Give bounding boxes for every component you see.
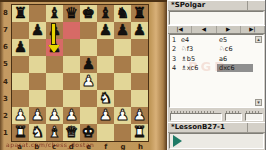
square-h7[interactable]: ♟ bbox=[131, 22, 148, 39]
square-d5[interactable] bbox=[63, 56, 80, 73]
lesson-title: *LessonB27-1 bbox=[168, 123, 247, 132]
black-pawn-g7[interactable]: ♟ bbox=[116, 23, 129, 38]
square-a2[interactable]: ♟ bbox=[12, 107, 29, 124]
square-a5[interactable] bbox=[12, 56, 29, 73]
rank-label-5: 5 bbox=[0, 56, 11, 73]
square-f5[interactable] bbox=[97, 56, 114, 73]
square-c4[interactable] bbox=[46, 73, 63, 90]
last-move-button[interactable]: ▶| bbox=[241, 26, 265, 33]
square-g6[interactable] bbox=[114, 39, 131, 56]
white-pawn-d2[interactable]: ♟ bbox=[65, 108, 78, 123]
square-f1[interactable] bbox=[97, 124, 114, 141]
move-navigation-bar: |◀◀▶▶| bbox=[168, 25, 265, 34]
square-f3[interactable]: ♞ bbox=[97, 90, 114, 107]
move-number: 3 bbox=[170, 55, 179, 63]
square-f7[interactable]: ♟ bbox=[97, 22, 114, 39]
white-king-e1[interactable]: ♚ bbox=[82, 125, 95, 140]
square-b2[interactable]: ♟ bbox=[29, 107, 46, 124]
status-field-2[interactable] bbox=[225, 113, 243, 121]
prev-move-button[interactable]: ◀ bbox=[192, 26, 216, 33]
square-h4[interactable] bbox=[131, 73, 148, 90]
square-h1[interactable]: ♜ bbox=[131, 124, 148, 141]
square-g7[interactable]: ♟ bbox=[114, 22, 131, 39]
movelist-grip-icon[interactable]: ▾ bbox=[255, 99, 262, 106]
rank-label-3: 3 bbox=[0, 90, 11, 107]
square-e4[interactable]: ♟ bbox=[80, 73, 97, 90]
play-button[interactable] bbox=[173, 135, 182, 147]
black-pawn-e5[interactable]: ♟ bbox=[82, 57, 95, 72]
watermark-logo: PGD bbox=[188, 59, 228, 74]
move-list[interactable]: PGD ▴ ▾ 1e4e52♘f3♘c63♗b5a64♗xc6dxc6 bbox=[169, 34, 264, 108]
chess-board[interactable]: ♜♝♛♚♝♞♜♟♟♟♟♟♟♟♟♟♞♟♟♟♟♟♟♟♜♞♝♛♚♜ bbox=[11, 4, 149, 142]
white-move-2[interactable]: ♘f3 bbox=[179, 45, 217, 53]
square-g4[interactable] bbox=[114, 73, 131, 90]
square-c6[interactable]: ♟ bbox=[46, 39, 63, 56]
square-b8[interactable] bbox=[29, 5, 46, 22]
chess-training-app: 87654321 ♜♝♛♚♝♞♜♟♟♟♟♟♟♟♟♟♞♟♟♟♟♟♟♟♜♞♝♛♚♜ … bbox=[0, 0, 266, 150]
white-pawn-c2[interactable]: ♟ bbox=[48, 108, 61, 123]
square-d4[interactable] bbox=[63, 73, 80, 90]
square-g8[interactable]: ♞ bbox=[114, 5, 131, 22]
white-pawn-f2[interactable]: ♟ bbox=[99, 108, 112, 123]
square-d8[interactable]: ♛ bbox=[63, 5, 80, 22]
white-queen-d1[interactable]: ♛ bbox=[65, 125, 78, 140]
status-field-3[interactable] bbox=[245, 113, 263, 121]
annotation-textbox[interactable] bbox=[169, 11, 264, 25]
black-pawn-f7[interactable]: ♟ bbox=[99, 23, 112, 38]
white-move-1[interactable]: e4 bbox=[179, 36, 217, 44]
white-pawn-e4[interactable]: ♟ bbox=[82, 74, 95, 89]
move-number: 1 bbox=[170, 36, 179, 44]
square-b6[interactable] bbox=[29, 39, 46, 56]
square-f2[interactable]: ♟ bbox=[97, 107, 114, 124]
lesson-bar-divider bbox=[247, 123, 265, 132]
file-label-f: f bbox=[97, 141, 114, 150]
game-title-bar: *SPolgar bbox=[168, 0, 265, 11]
square-a3[interactable] bbox=[12, 90, 29, 107]
square-a7[interactable] bbox=[12, 22, 29, 39]
square-d3[interactable] bbox=[63, 90, 80, 107]
square-b5[interactable] bbox=[29, 56, 46, 73]
white-rook-a1[interactable]: ♜ bbox=[14, 125, 27, 140]
white-pawn-h2[interactable]: ♟ bbox=[133, 108, 146, 123]
square-h8[interactable]: ♜ bbox=[131, 5, 148, 22]
rank-label-6: 6 bbox=[0, 39, 11, 56]
black-pawn-h7[interactable]: ♟ bbox=[133, 23, 146, 38]
next-move-button[interactable]: ▶ bbox=[217, 26, 241, 33]
white-rook-h1[interactable]: ♜ bbox=[133, 125, 146, 140]
game-title: *SPolgar bbox=[168, 1, 247, 10]
status-fields bbox=[168, 108, 265, 122]
square-c1[interactable]: ♝ bbox=[46, 124, 63, 141]
square-f8[interactable]: ♝ bbox=[97, 5, 114, 22]
chess-board-frame: 87654321 ♜♝♛♚♝♞♜♟♟♟♟♟♟♟♟♟♞♟♟♟♟♟♟♟♜♞♝♛♚♜ … bbox=[0, 0, 167, 150]
white-knight-f3[interactable]: ♞ bbox=[99, 91, 112, 106]
square-b3[interactable] bbox=[29, 90, 46, 107]
first-move-button[interactable]: |◀ bbox=[168, 26, 192, 33]
notation-panel: *SPolgar |◀◀▶▶| PGD ▴ ▾ 1e4e52♘f3♘c63♗b5… bbox=[167, 0, 266, 150]
rank-label-4: 4 bbox=[0, 73, 11, 90]
square-c2[interactable]: ♟ bbox=[46, 107, 63, 124]
file-label-h: h bbox=[132, 141, 149, 150]
white-bishop-c1[interactable]: ♝ bbox=[48, 125, 61, 140]
square-b1[interactable]: ♞ bbox=[29, 124, 46, 141]
square-e6[interactable] bbox=[80, 39, 97, 56]
square-g5[interactable] bbox=[114, 56, 131, 73]
black-pawn-b7[interactable]: ♟ bbox=[31, 23, 44, 38]
square-d2[interactable]: ♟ bbox=[63, 107, 80, 124]
square-e7[interactable] bbox=[80, 22, 97, 39]
white-pawn-g2[interactable]: ♟ bbox=[116, 108, 129, 123]
rank-label-7: 7 bbox=[0, 21, 11, 38]
file-label-g: g bbox=[115, 141, 132, 150]
black-pawn-c7[interactable]: ♟ bbox=[48, 23, 61, 38]
square-d7[interactable] bbox=[63, 22, 80, 39]
square-a4[interactable] bbox=[12, 73, 29, 90]
square-e3[interactable] bbox=[80, 90, 97, 107]
square-f4[interactable] bbox=[97, 73, 114, 90]
square-a8[interactable]: ♜ bbox=[12, 5, 29, 22]
black-bishop-f8[interactable]: ♝ bbox=[99, 6, 112, 21]
black-queen-d8[interactable]: ♛ bbox=[65, 6, 78, 21]
square-e8[interactable]: ♚ bbox=[80, 5, 97, 22]
square-g1[interactable] bbox=[114, 124, 131, 141]
square-e2[interactable] bbox=[80, 107, 97, 124]
square-h5[interactable] bbox=[131, 56, 148, 73]
black-knight-g8[interactable]: ♞ bbox=[116, 6, 129, 21]
black-king-e8[interactable]: ♚ bbox=[82, 6, 95, 21]
square-h2[interactable]: ♟ bbox=[131, 107, 148, 124]
move-number: 4 bbox=[170, 64, 179, 72]
black-bishop-c8[interactable]: ♝ bbox=[48, 6, 61, 21]
square-b7[interactable]: ♟ bbox=[29, 22, 46, 39]
rank-labels: 87654321 bbox=[0, 4, 11, 142]
white-pawn-a2[interactable]: ♟ bbox=[14, 108, 27, 123]
square-d1[interactable]: ♛ bbox=[63, 124, 80, 141]
rank-label-8: 8 bbox=[0, 4, 11, 21]
square-a1[interactable]: ♜ bbox=[12, 124, 29, 141]
move-row-2: 2♘f3♘c6 bbox=[170, 45, 263, 55]
square-e1[interactable]: ♚ bbox=[80, 124, 97, 141]
square-a6[interactable]: ♟ bbox=[12, 39, 29, 56]
square-g3[interactable] bbox=[114, 90, 131, 107]
media-bar bbox=[169, 133, 264, 149]
square-h6[interactable] bbox=[131, 39, 148, 56]
move-row-1: 1e4e5 bbox=[170, 35, 263, 45]
square-d6[interactable] bbox=[63, 39, 80, 56]
square-c5[interactable] bbox=[46, 56, 63, 73]
status-field-main[interactable] bbox=[170, 113, 222, 121]
white-pawn-b2[interactable]: ♟ bbox=[31, 108, 44, 123]
square-c8[interactable]: ♝ bbox=[46, 5, 63, 22]
square-e5[interactable]: ♟ bbox=[80, 56, 97, 73]
square-c7[interactable]: ♟ bbox=[46, 22, 63, 39]
black-pawn-a6[interactable]: ♟ bbox=[14, 40, 27, 55]
black-rook-a8[interactable]: ♜ bbox=[14, 6, 27, 21]
black-pawn-c6[interactable]: ♟ bbox=[48, 40, 61, 55]
watermark-url: aparat.com/chess_dostan bbox=[6, 141, 94, 148]
square-b4[interactable] bbox=[29, 73, 46, 90]
black-move-2[interactable]: ♘c6 bbox=[217, 45, 253, 53]
movelist-scroll-icon[interactable]: ▴ bbox=[255, 36, 262, 43]
square-f6[interactable] bbox=[97, 39, 114, 56]
rank-label-1: 1 bbox=[0, 125, 11, 142]
black-rook-h8[interactable]: ♜ bbox=[133, 6, 146, 21]
square-c3[interactable] bbox=[46, 90, 63, 107]
move-number: 2 bbox=[170, 45, 179, 53]
white-knight-b1[interactable]: ♞ bbox=[31, 125, 44, 140]
black-move-1[interactable]: e5 bbox=[217, 36, 253, 44]
square-g2[interactable]: ♟ bbox=[114, 107, 131, 124]
rank-label-2: 2 bbox=[0, 108, 11, 125]
square-h3[interactable] bbox=[131, 90, 148, 107]
title-bar-divider bbox=[247, 1, 265, 10]
lesson-title-bar: *LessonB27-1 bbox=[168, 122, 265, 133]
